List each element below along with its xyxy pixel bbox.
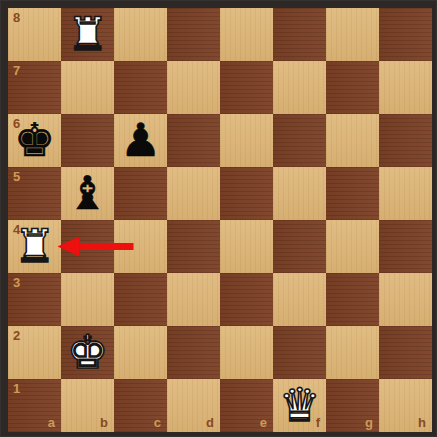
chess-board: 8♜76♚♟5♝4♜32♚1abcdef♛gh — [8, 8, 432, 432]
square-c2[interactable] — [114, 326, 167, 379]
square-b8[interactable]: ♜ — [61, 8, 114, 61]
file-label-h: h — [418, 416, 426, 429]
square-a2[interactable]: 2 — [8, 326, 61, 379]
square-a1[interactable]: 1a — [8, 379, 61, 432]
square-h7[interactable] — [379, 61, 432, 114]
square-c8[interactable] — [114, 8, 167, 61]
square-f5[interactable] — [273, 167, 326, 220]
square-e8[interactable] — [220, 8, 273, 61]
square-f8[interactable] — [273, 8, 326, 61]
square-c7[interactable] — [114, 61, 167, 114]
square-g2[interactable] — [326, 326, 379, 379]
square-f3[interactable] — [273, 273, 326, 326]
square-d2[interactable] — [167, 326, 220, 379]
square-f1[interactable]: f♛ — [273, 379, 326, 432]
square-h5[interactable] — [379, 167, 432, 220]
square-b3[interactable] — [61, 273, 114, 326]
rank-label-7: 7 — [13, 64, 20, 77]
square-h2[interactable] — [379, 326, 432, 379]
square-b7[interactable] — [61, 61, 114, 114]
square-b5[interactable]: ♝ — [61, 167, 114, 220]
square-d4[interactable] — [167, 220, 220, 273]
piece-black-pawn[interactable]: ♟ — [114, 113, 167, 166]
square-e4[interactable] — [220, 220, 273, 273]
square-f4[interactable] — [273, 220, 326, 273]
square-d3[interactable] — [167, 273, 220, 326]
square-g7[interactable] — [326, 61, 379, 114]
square-d5[interactable] — [167, 167, 220, 220]
square-b1[interactable]: b — [61, 379, 114, 432]
square-e5[interactable] — [220, 167, 273, 220]
square-e7[interactable] — [220, 61, 273, 114]
file-label-a: a — [48, 416, 55, 429]
square-g4[interactable] — [326, 220, 379, 273]
square-c5[interactable] — [114, 167, 167, 220]
rank-label-1: 1 — [13, 382, 20, 395]
square-c6[interactable]: ♟ — [114, 114, 167, 167]
square-a5[interactable]: 5 — [8, 167, 61, 220]
square-e6[interactable] — [220, 114, 273, 167]
square-c1[interactable]: c — [114, 379, 167, 432]
square-a4[interactable]: 4♜ — [8, 220, 61, 273]
piece-black-king[interactable]: ♚ — [8, 113, 61, 166]
square-h8[interactable] — [379, 8, 432, 61]
square-d6[interactable] — [167, 114, 220, 167]
file-label-c: c — [154, 416, 161, 429]
rank-label-5: 5 — [13, 170, 20, 183]
square-g6[interactable] — [326, 114, 379, 167]
rank-label-8: 8 — [13, 11, 20, 24]
file-label-g: g — [365, 416, 373, 429]
rank-label-2: 2 — [13, 329, 20, 342]
square-g3[interactable] — [326, 273, 379, 326]
square-g8[interactable] — [326, 8, 379, 61]
file-label-b: b — [100, 416, 108, 429]
file-label-e: e — [260, 416, 267, 429]
rank-label-3: 3 — [13, 276, 20, 289]
square-d7[interactable] — [167, 61, 220, 114]
square-b6[interactable] — [61, 114, 114, 167]
piece-white-rook[interactable]: ♜ — [61, 7, 114, 60]
square-e2[interactable] — [220, 326, 273, 379]
square-f2[interactable] — [273, 326, 326, 379]
square-h1[interactable]: h — [379, 379, 432, 432]
square-b4[interactable] — [61, 220, 114, 273]
piece-white-queen[interactable]: ♛ — [273, 378, 326, 431]
square-f7[interactable] — [273, 61, 326, 114]
piece-white-rook[interactable]: ♜ — [8, 219, 61, 272]
square-d8[interactable] — [167, 8, 220, 61]
square-a3[interactable]: 3 — [8, 273, 61, 326]
square-h6[interactable] — [379, 114, 432, 167]
square-h3[interactable] — [379, 273, 432, 326]
square-d1[interactable]: d — [167, 379, 220, 432]
square-c4[interactable] — [114, 220, 167, 273]
square-e1[interactable]: e — [220, 379, 273, 432]
square-g5[interactable] — [326, 167, 379, 220]
square-h4[interactable] — [379, 220, 432, 273]
square-a7[interactable]: 7 — [8, 61, 61, 114]
piece-black-bishop[interactable]: ♝ — [61, 166, 114, 219]
square-a8[interactable]: 8 — [8, 8, 61, 61]
square-b2[interactable]: ♚ — [61, 326, 114, 379]
square-a6[interactable]: 6♚ — [8, 114, 61, 167]
piece-white-king[interactable]: ♚ — [61, 325, 114, 378]
chess-board-frame: 8♜76♚♟5♝4♜32♚1abcdef♛gh — [0, 0, 437, 437]
square-g1[interactable]: g — [326, 379, 379, 432]
square-e3[interactable] — [220, 273, 273, 326]
square-f6[interactable] — [273, 114, 326, 167]
file-label-d: d — [206, 416, 214, 429]
square-c3[interactable] — [114, 273, 167, 326]
